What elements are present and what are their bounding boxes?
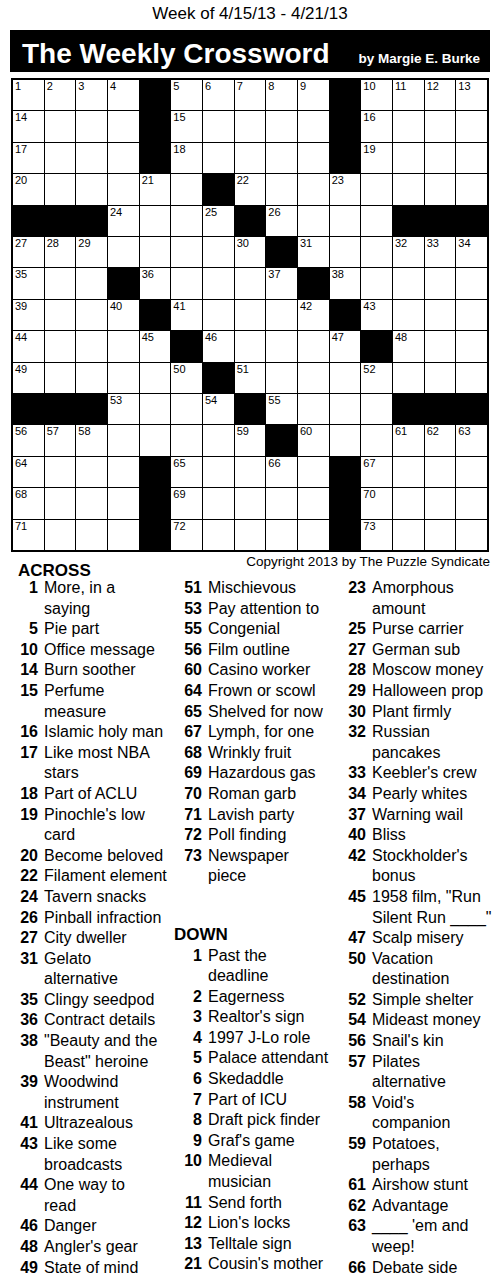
cell-r10c12[interactable]: 52 bbox=[361, 363, 392, 393]
clue-number: 31 bbox=[8, 949, 38, 990]
cell-r9c14[interactable] bbox=[425, 331, 456, 361]
clue-number: 15 bbox=[8, 681, 38, 722]
cell-r3c8[interactable] bbox=[235, 143, 266, 173]
cell-r2c10[interactable] bbox=[298, 111, 329, 141]
cell-number: 4 bbox=[110, 81, 116, 92]
cell-r4c14[interactable] bbox=[425, 174, 456, 204]
cell-r13c14[interactable] bbox=[425, 457, 456, 487]
cell-r15c15[interactable] bbox=[456, 520, 487, 550]
black-cell-r15c5 bbox=[140, 520, 171, 550]
clue-text: Mischievous bbox=[208, 578, 296, 599]
cell-r11c12[interactable] bbox=[361, 394, 392, 424]
cell-r3c4[interactable] bbox=[108, 143, 139, 173]
clue-number: 63 bbox=[336, 1216, 366, 1257]
cell-r14c4[interactable] bbox=[108, 488, 139, 518]
cell-r6c13[interactable]: 32 bbox=[393, 237, 424, 267]
clue-down-40: 40Bliss bbox=[336, 825, 500, 846]
cell-r10c4[interactable] bbox=[108, 363, 139, 393]
clue-down-10: 10Medieval musician bbox=[172, 1151, 336, 1192]
cell-r12c5[interactable] bbox=[140, 425, 171, 455]
clue-down-45: 451958 film, "Run Silent Run ____" bbox=[336, 887, 500, 928]
cell-r11c9[interactable]: 55 bbox=[266, 394, 297, 424]
cell-number: 9 bbox=[300, 81, 306, 92]
cell-r8c14[interactable] bbox=[425, 300, 456, 330]
black-cell-r9c12 bbox=[361, 331, 392, 361]
cell-r5c12[interactable] bbox=[361, 206, 392, 236]
cell-r8c2[interactable] bbox=[45, 300, 76, 330]
cell-r6c3[interactable]: 29 bbox=[76, 237, 107, 267]
cell-r13c3[interactable] bbox=[76, 457, 107, 487]
clue-number: 27 bbox=[336, 640, 366, 661]
cell-r12c1[interactable]: 56 bbox=[13, 425, 44, 455]
cell-r1c7[interactable]: 6 bbox=[203, 80, 234, 110]
cell-r15c7[interactable] bbox=[203, 520, 234, 550]
cell-r4c11[interactable]: 23 bbox=[330, 174, 361, 204]
byline: by Margie E. Burke bbox=[358, 51, 480, 66]
black-cell-r14c11 bbox=[330, 488, 361, 518]
cell-number: 25 bbox=[205, 207, 217, 218]
clue-across-72: 72Poll finding bbox=[172, 825, 336, 846]
cell-r13c9[interactable]: 66 bbox=[266, 457, 297, 487]
cell-r12c11[interactable] bbox=[330, 425, 361, 455]
cell-r5c6[interactable] bbox=[171, 206, 202, 236]
cell-r10c5[interactable] bbox=[140, 363, 171, 393]
clue-across-39: 39Woodwind instrument bbox=[8, 1072, 172, 1113]
clue-text: Poll finding bbox=[208, 825, 286, 846]
cell-r2c8[interactable] bbox=[235, 111, 266, 141]
clue-number: 17 bbox=[8, 743, 38, 784]
cell-r3c13[interactable] bbox=[393, 143, 424, 173]
cell-r6c15[interactable]: 34 bbox=[456, 237, 487, 267]
clue-text: Vacation destination bbox=[372, 949, 449, 990]
cell-r1c12[interactable]: 10 bbox=[361, 80, 392, 110]
clue-text: Palace attendant bbox=[208, 1048, 328, 1069]
cell-r10c11[interactable] bbox=[330, 363, 361, 393]
cell-r8c1[interactable]: 39 bbox=[13, 300, 44, 330]
cell-number: 11 bbox=[395, 81, 406, 92]
cell-r14c3[interactable] bbox=[76, 488, 107, 518]
cell-number: 1 bbox=[15, 81, 21, 92]
black-cell-r11c1 bbox=[13, 394, 44, 424]
clue-text: City dweller bbox=[44, 928, 127, 949]
cell-r6c5[interactable] bbox=[140, 237, 171, 267]
cell-r14c14[interactable] bbox=[425, 488, 456, 518]
cell-r11c10[interactable] bbox=[298, 394, 329, 424]
clue-text: Office message bbox=[44, 640, 155, 661]
cell-r11c6[interactable] bbox=[171, 394, 202, 424]
cell-r10c10[interactable] bbox=[298, 363, 329, 393]
cell-r15c6[interactable]: 72 bbox=[171, 520, 202, 550]
cell-r4c5[interactable]: 21 bbox=[140, 174, 171, 204]
cell-r3c14[interactable] bbox=[425, 143, 456, 173]
clue-text: Simple shelter bbox=[372, 990, 473, 1011]
cell-number: 26 bbox=[268, 207, 280, 218]
cell-r9c2[interactable] bbox=[45, 331, 76, 361]
clue-number: 19 bbox=[8, 805, 38, 846]
cell-r7c12[interactable] bbox=[361, 268, 392, 298]
cell-r12c15[interactable]: 63 bbox=[456, 425, 487, 455]
cell-r14c10[interactable] bbox=[298, 488, 329, 518]
cell-r9c7[interactable]: 46 bbox=[203, 331, 234, 361]
cell-number: 35 bbox=[15, 269, 27, 280]
cell-number: 59 bbox=[237, 426, 249, 437]
cell-number: 34 bbox=[458, 238, 470, 249]
cell-r7c14[interactable] bbox=[425, 268, 456, 298]
clue-down-61: 61Airshow stunt bbox=[336, 1175, 500, 1196]
cell-r11c4[interactable]: 53 bbox=[108, 394, 139, 424]
cell-r15c10[interactable] bbox=[298, 520, 329, 550]
black-cell-r8c11 bbox=[330, 300, 361, 330]
cell-r12c8[interactable]: 59 bbox=[235, 425, 266, 455]
clue-across-17: 17Like most NBA stars bbox=[8, 743, 172, 784]
cell-number: 32 bbox=[395, 238, 407, 249]
cell-r5c7[interactable]: 25 bbox=[203, 206, 234, 236]
cell-r1c9[interactable]: 8 bbox=[266, 80, 297, 110]
cell-r3c3[interactable] bbox=[76, 143, 107, 173]
clue-text: Lavish party bbox=[208, 805, 294, 826]
cell-r13c10[interactable] bbox=[298, 457, 329, 487]
cell-r2c7[interactable] bbox=[203, 111, 234, 141]
cell-r7c15[interactable] bbox=[456, 268, 487, 298]
cell-r13c8[interactable] bbox=[235, 457, 266, 487]
cell-r9c15[interactable] bbox=[456, 331, 487, 361]
cell-number: 2 bbox=[47, 81, 53, 92]
cell-r5c11[interactable] bbox=[330, 206, 361, 236]
cell-r7c3[interactable] bbox=[76, 268, 107, 298]
clue-text: Past the deadline bbox=[208, 946, 269, 987]
cell-r12c2[interactable]: 57 bbox=[45, 425, 76, 455]
cell-r4c6[interactable] bbox=[171, 174, 202, 204]
cell-r7c11[interactable]: 38 bbox=[330, 268, 361, 298]
cell-r7c8[interactable] bbox=[235, 268, 266, 298]
clue-text: Casino worker bbox=[208, 660, 310, 681]
cell-r7c2[interactable] bbox=[45, 268, 76, 298]
clue-number: 2 bbox=[172, 987, 202, 1008]
cell-r2c3[interactable] bbox=[76, 111, 107, 141]
cell-r4c13[interactable] bbox=[393, 174, 424, 204]
cell-r4c12[interactable] bbox=[361, 174, 392, 204]
clue-text: Stockholder's bonus bbox=[372, 846, 468, 887]
cell-r7c9[interactable]: 37 bbox=[266, 268, 297, 298]
clue-number: 30 bbox=[336, 702, 366, 723]
cell-r8c13[interactable] bbox=[393, 300, 424, 330]
cell-r2c14[interactable] bbox=[425, 111, 456, 141]
cell-r11c7[interactable]: 54 bbox=[203, 394, 234, 424]
clue-across-16: 16Islamic holy man bbox=[8, 722, 172, 743]
cell-r9c3[interactable] bbox=[76, 331, 107, 361]
clue-text: Pay attention to bbox=[208, 599, 319, 620]
cell-r1c1[interactable]: 1 bbox=[13, 80, 44, 110]
cell-r5c10[interactable] bbox=[298, 206, 329, 236]
cell-r7c7[interactable] bbox=[203, 268, 234, 298]
cell-r4c4[interactable] bbox=[108, 174, 139, 204]
cell-r14c2[interactable] bbox=[45, 488, 76, 518]
cell-r3c12[interactable]: 19 bbox=[361, 143, 392, 173]
cell-r14c6[interactable]: 69 bbox=[171, 488, 202, 518]
clue-text: Telltale sign bbox=[208, 1234, 292, 1255]
cell-r2c4[interactable] bbox=[108, 111, 139, 141]
black-cell-r11c14 bbox=[425, 394, 456, 424]
cell-r13c7[interactable] bbox=[203, 457, 234, 487]
cell-r9c10[interactable] bbox=[298, 331, 329, 361]
cell-r1c10[interactable]: 9 bbox=[298, 80, 329, 110]
cell-r7c6[interactable] bbox=[171, 268, 202, 298]
cell-r4c3[interactable] bbox=[76, 174, 107, 204]
cell-r9c11[interactable]: 47 bbox=[330, 331, 361, 361]
cell-r15c14[interactable] bbox=[425, 520, 456, 550]
cell-r3c7[interactable] bbox=[203, 143, 234, 173]
clue-text: Amorphous amount bbox=[372, 578, 454, 619]
clue-text: Warning wail bbox=[372, 805, 463, 826]
cell-r10c8[interactable]: 51 bbox=[235, 363, 266, 393]
clue-across-24: 24Tavern snacks bbox=[8, 887, 172, 908]
clue-number: 35 bbox=[8, 990, 38, 1011]
cell-r9c9[interactable] bbox=[266, 331, 297, 361]
cell-r4c15[interactable] bbox=[456, 174, 487, 204]
cell-r4c9[interactable] bbox=[266, 174, 297, 204]
clue-text: Lymph, for one bbox=[208, 722, 314, 743]
cell-r7c13[interactable] bbox=[393, 268, 424, 298]
cell-number: 21 bbox=[142, 175, 154, 186]
clue-text: Graf's game bbox=[208, 1131, 295, 1152]
cell-r3c9[interactable] bbox=[266, 143, 297, 173]
cell-r6c10[interactable]: 31 bbox=[298, 237, 329, 267]
black-cell-r5c2 bbox=[45, 206, 76, 236]
black-cell-r10c7 bbox=[203, 363, 234, 393]
cell-r6c7[interactable] bbox=[203, 237, 234, 267]
clue-number: 54 bbox=[336, 1010, 366, 1031]
cell-r2c15[interactable] bbox=[456, 111, 487, 141]
clue-text: Bliss bbox=[372, 825, 406, 846]
cell-r12c12[interactable] bbox=[361, 425, 392, 455]
cell-r6c1[interactable]: 27 bbox=[13, 237, 44, 267]
clue-number: 25 bbox=[336, 619, 366, 640]
cell-r11c5[interactable] bbox=[140, 394, 171, 424]
cell-r12c7[interactable] bbox=[203, 425, 234, 455]
clue-across-15: 15Perfume measure bbox=[8, 681, 172, 722]
cell-r10c2[interactable] bbox=[45, 363, 76, 393]
cell-r12c3[interactable]: 58 bbox=[76, 425, 107, 455]
cell-r1c15[interactable]: 13 bbox=[456, 80, 487, 110]
cell-r14c8[interactable] bbox=[235, 488, 266, 518]
cell-r6c11[interactable] bbox=[330, 237, 361, 267]
clue-across-68: 68Wrinkly fruit bbox=[172, 743, 336, 764]
cell-r15c13[interactable] bbox=[393, 520, 424, 550]
clue-number: 39 bbox=[8, 1072, 38, 1113]
cell-r12c6[interactable] bbox=[171, 425, 202, 455]
cell-r15c3[interactable] bbox=[76, 520, 107, 550]
clue-text: Like some broadcasts bbox=[44, 1134, 122, 1175]
cell-r15c8[interactable] bbox=[235, 520, 266, 550]
cell-number: 49 bbox=[15, 364, 27, 375]
cell-r13c4[interactable] bbox=[108, 457, 139, 487]
cell-r3c2[interactable] bbox=[45, 143, 76, 173]
cell-r14c13[interactable] bbox=[393, 488, 424, 518]
cell-r8c6[interactable]: 41 bbox=[171, 300, 202, 330]
cell-r9c8[interactable] bbox=[235, 331, 266, 361]
cell-r15c2[interactable] bbox=[45, 520, 76, 550]
cell-r14c15[interactable] bbox=[456, 488, 487, 518]
cell-r1c13[interactable]: 11 bbox=[393, 80, 424, 110]
cell-r14c7[interactable] bbox=[203, 488, 234, 518]
cell-r10c3[interactable] bbox=[76, 363, 107, 393]
cell-number: 10 bbox=[363, 81, 375, 92]
clue-number: 47 bbox=[336, 928, 366, 949]
cell-r8c3[interactable] bbox=[76, 300, 107, 330]
clue-number: 29 bbox=[336, 681, 366, 702]
cell-r12c13[interactable]: 61 bbox=[393, 425, 424, 455]
clue-across-38: 38"Beauty and the Beast" heroine bbox=[8, 1031, 172, 1072]
clue-number: 72 bbox=[172, 825, 202, 846]
cell-r2c6[interactable]: 15 bbox=[171, 111, 202, 141]
clue-text: Advantage bbox=[372, 1196, 449, 1217]
cell-r12c10[interactable]: 60 bbox=[298, 425, 329, 455]
cell-r15c9[interactable] bbox=[266, 520, 297, 550]
cell-r11c11[interactable] bbox=[330, 394, 361, 424]
clue-down-66: 66Debate side bbox=[336, 1258, 500, 1278]
cell-number: 54 bbox=[205, 395, 217, 406]
cell-r6c12[interactable] bbox=[361, 237, 392, 267]
cell-r7c1[interactable]: 35 bbox=[13, 268, 44, 298]
clue-number: 22 bbox=[8, 866, 38, 887]
cell-r10c9[interactable] bbox=[266, 363, 297, 393]
clue-across-43: 43Like some broadcasts bbox=[8, 1134, 172, 1175]
cell-r1c3[interactable]: 3 bbox=[76, 80, 107, 110]
cell-r4c8[interactable]: 22 bbox=[235, 174, 266, 204]
cell-number: 53 bbox=[110, 395, 122, 406]
cell-r8c8[interactable] bbox=[235, 300, 266, 330]
cell-r10c15[interactable] bbox=[456, 363, 487, 393]
cell-r5c4[interactable]: 24 bbox=[108, 206, 139, 236]
clue-text: German sub bbox=[372, 640, 460, 661]
cell-r9c5[interactable]: 45 bbox=[140, 331, 171, 361]
clue-down-52: 52Simple shelter bbox=[336, 990, 500, 1011]
cell-r7c5[interactable]: 36 bbox=[140, 268, 171, 298]
cell-r13c15[interactable] bbox=[456, 457, 487, 487]
clue-text: Newspaper piece bbox=[208, 846, 289, 887]
cell-number: 68 bbox=[15, 489, 27, 500]
clue-down-37: 37Warning wail bbox=[336, 805, 500, 826]
cell-r4c2[interactable] bbox=[45, 174, 76, 204]
clue-number: 21 bbox=[172, 1254, 202, 1275]
cell-r15c1[interactable]: 71 bbox=[13, 520, 44, 550]
cell-r10c6[interactable]: 50 bbox=[171, 363, 202, 393]
cell-r8c12[interactable]: 43 bbox=[361, 300, 392, 330]
cell-number: 17 bbox=[15, 144, 27, 155]
cell-r2c12[interactable]: 16 bbox=[361, 111, 392, 141]
cell-r9c13[interactable]: 48 bbox=[393, 331, 424, 361]
clue-text: Danger bbox=[44, 1216, 96, 1237]
cell-r1c4[interactable]: 4 bbox=[108, 80, 139, 110]
clue-columns: 1More, in a saying5Pie part10Office mess… bbox=[0, 578, 500, 1278]
cell-r15c12[interactable]: 73 bbox=[361, 520, 392, 550]
cell-r3c15[interactable] bbox=[456, 143, 487, 173]
cell-number: 50 bbox=[173, 364, 185, 375]
cell-r5c9[interactable]: 26 bbox=[266, 206, 297, 236]
cell-r2c9[interactable] bbox=[266, 111, 297, 141]
cell-r13c6[interactable]: 65 bbox=[171, 457, 202, 487]
cell-r8c15[interactable] bbox=[456, 300, 487, 330]
cell-r10c14[interactable] bbox=[425, 363, 456, 393]
puzzle-title: The Weekly Crossword bbox=[22, 40, 330, 68]
black-cell-r8c5 bbox=[140, 300, 171, 330]
cell-r8c4[interactable]: 40 bbox=[108, 300, 139, 330]
cell-r1c2[interactable]: 2 bbox=[45, 80, 76, 110]
cell-r15c4[interactable] bbox=[108, 520, 139, 550]
clue-number: 46 bbox=[8, 1216, 38, 1237]
clue-down-30: 30Plant firmly bbox=[336, 702, 500, 723]
clue-number: 58 bbox=[336, 1093, 366, 1134]
cell-r1c6[interactable]: 5 bbox=[171, 80, 202, 110]
cell-r5c5[interactable] bbox=[140, 206, 171, 236]
cell-r13c1[interactable]: 64 bbox=[13, 457, 44, 487]
cell-r9c4[interactable] bbox=[108, 331, 139, 361]
clue-text: Mideast money bbox=[372, 1010, 481, 1031]
clue-number: 44 bbox=[8, 1175, 38, 1216]
black-cell-r2c11 bbox=[330, 111, 361, 141]
cell-number: 38 bbox=[332, 269, 344, 280]
clue-number: 53 bbox=[172, 599, 202, 620]
cell-r13c12[interactable]: 67 bbox=[361, 457, 392, 487]
cell-r10c1[interactable]: 49 bbox=[13, 363, 44, 393]
copyright-notice: Copyright 2013 by The Puzzle Syndicate bbox=[246, 554, 490, 569]
cell-r14c1[interactable]: 68 bbox=[13, 488, 44, 518]
black-cell-r5c13 bbox=[393, 206, 424, 236]
cell-r12c14[interactable]: 62 bbox=[425, 425, 456, 455]
cell-r8c9[interactable] bbox=[266, 300, 297, 330]
cell-r4c10[interactable] bbox=[298, 174, 329, 204]
clue-number: 52 bbox=[336, 990, 366, 1011]
clue-text: Become beloved bbox=[44, 846, 163, 867]
clue-number: 26 bbox=[8, 908, 38, 929]
cell-r4c1[interactable]: 20 bbox=[13, 174, 44, 204]
cell-r9c1[interactable]: 44 bbox=[13, 331, 44, 361]
clue-down-3: 3Realtor's sign bbox=[172, 1007, 336, 1028]
cell-r3c10[interactable] bbox=[298, 143, 329, 173]
cell-r2c2[interactable] bbox=[45, 111, 76, 141]
clue-number: 73 bbox=[172, 846, 202, 887]
cell-r6c14[interactable]: 33 bbox=[425, 237, 456, 267]
cell-r6c2[interactable]: 28 bbox=[45, 237, 76, 267]
clue-number: 32 bbox=[336, 722, 366, 763]
cell-r13c13[interactable] bbox=[393, 457, 424, 487]
cell-r13c2[interactable] bbox=[45, 457, 76, 487]
cell-r1c14[interactable]: 12 bbox=[425, 80, 456, 110]
cell-r3c6[interactable]: 18 bbox=[171, 143, 202, 173]
cell-r12c4[interactable] bbox=[108, 425, 139, 455]
cell-number: 22 bbox=[237, 175, 249, 186]
cell-r2c1[interactable]: 14 bbox=[13, 111, 44, 141]
cell-r2c13[interactable] bbox=[393, 111, 424, 141]
cell-r10c13[interactable] bbox=[393, 363, 424, 393]
cell-r14c12[interactable]: 70 bbox=[361, 488, 392, 518]
cell-r8c7[interactable] bbox=[203, 300, 234, 330]
black-cell-r15c11 bbox=[330, 520, 361, 550]
cell-number: 15 bbox=[173, 112, 185, 123]
cell-r8c10[interactable]: 42 bbox=[298, 300, 329, 330]
cell-r6c8[interactable]: 30 bbox=[235, 237, 266, 267]
clue-across-65: 65Shelved for now bbox=[172, 702, 336, 723]
cell-r1c8[interactable]: 7 bbox=[235, 80, 266, 110]
cell-number: 40 bbox=[110, 301, 122, 312]
cell-r14c9[interactable] bbox=[266, 488, 297, 518]
cell-r6c6[interactable] bbox=[171, 237, 202, 267]
black-cell-r5c3 bbox=[76, 206, 107, 236]
cell-r3c1[interactable]: 17 bbox=[13, 143, 44, 173]
clue-down-62: 62Advantage bbox=[336, 1196, 500, 1217]
cell-r6c4[interactable] bbox=[108, 237, 139, 267]
clue-across-49: 49State of mind bbox=[8, 1258, 172, 1278]
